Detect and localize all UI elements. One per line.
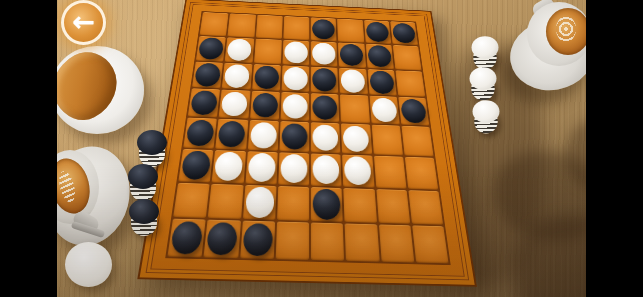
- black-disc-d5: [281, 123, 307, 150]
- cell-a6[interactable]: [178, 149, 213, 182]
- black-disc-e7: [313, 189, 341, 220]
- cell-e4[interactable]: [311, 93, 340, 122]
- cell-d7[interactable]: [277, 186, 309, 221]
- table-scene: ←: [57, 0, 586, 297]
- cell-b5[interactable]: [215, 119, 247, 150]
- cell-c8[interactable]: [240, 221, 275, 259]
- white-disc-top: [473, 100, 500, 123]
- black-disc-e4: [312, 95, 337, 120]
- leaf-shadow: [565, 120, 586, 190]
- white-disc-b4: [221, 91, 248, 116]
- white-disc-b3: [224, 64, 250, 88]
- black-disc-stack: [129, 199, 159, 243]
- cell-h2[interactable]: [393, 45, 422, 70]
- black-disc-top: [129, 199, 159, 224]
- app-screen: ←: [0, 0, 643, 297]
- white-disc-c6: [247, 153, 275, 182]
- white-disc-b2: [227, 39, 252, 61]
- latte-art-right: [546, 8, 586, 55]
- cell-f3[interactable]: [339, 68, 367, 95]
- cell-c6[interactable]: [245, 151, 277, 184]
- cell-g2[interactable]: [365, 44, 393, 69]
- white-disc-g4: [371, 97, 398, 122]
- cell-d8[interactable]: [275, 222, 309, 260]
- white-disc-c5: [249, 122, 276, 149]
- cell-c2[interactable]: [254, 39, 282, 64]
- cell-g1[interactable]: [364, 20, 391, 44]
- board-frame: [137, 0, 477, 287]
- cell-g8[interactable]: [379, 225, 415, 263]
- white-disc-e5: [313, 124, 339, 151]
- cell-c4[interactable]: [250, 91, 280, 120]
- leaf-shadow: [502, 204, 586, 297]
- cell-g3[interactable]: [367, 69, 396, 96]
- cell-e8[interactable]: [311, 223, 344, 261]
- back-arrow-icon: ←: [72, 8, 95, 35]
- cell-g5[interactable]: [371, 125, 402, 156]
- cell-a8[interactable]: [167, 219, 205, 257]
- cell-f7[interactable]: [344, 188, 377, 223]
- white-disc-b6: [214, 152, 244, 181]
- cell-g7[interactable]: [376, 189, 410, 224]
- cell-f6[interactable]: [342, 154, 374, 187]
- cell-d3[interactable]: [281, 65, 309, 92]
- cell-f8[interactable]: [345, 224, 379, 262]
- croissant-plate: [57, 46, 144, 134]
- cell-g4[interactable]: [369, 96, 399, 125]
- leaf-shadow: [482, 135, 586, 255]
- cell-f5[interactable]: [341, 123, 372, 154]
- cell-h4[interactable]: [398, 97, 429, 126]
- cell-b4[interactable]: [219, 90, 250, 119]
- black-disc-g2: [367, 45, 392, 67]
- letterbox-left: [0, 0, 57, 297]
- cell-d5[interactable]: [279, 121, 309, 152]
- black-disc-h1: [392, 23, 417, 44]
- latte-rosetta: [57, 170, 78, 204]
- board-frame-ring: [146, 2, 470, 280]
- back-button[interactable]: ←: [61, 0, 106, 45]
- cell-h7[interactable]: [408, 190, 443, 225]
- cell-h5[interactable]: [401, 126, 433, 157]
- black-disc-a8: [170, 221, 204, 255]
- white-disc-d4: [282, 94, 307, 119]
- white-disc-top: [470, 67, 497, 90]
- black-disc-a5: [185, 119, 215, 146]
- cell-c5[interactable]: [247, 120, 278, 151]
- cell-e7[interactable]: [311, 187, 343, 222]
- black-disc-c3: [254, 65, 279, 89]
- black-disc-e1: [312, 19, 335, 40]
- cell-e5[interactable]: [311, 122, 341, 153]
- black-disc-h4: [400, 99, 427, 124]
- cell-h1[interactable]: [390, 21, 418, 45]
- white-disc-top: [472, 36, 499, 59]
- white-disc-d2: [284, 41, 308, 63]
- white-disc-c7: [245, 187, 275, 218]
- croissant: [57, 42, 129, 129]
- cell-e3[interactable]: [311, 66, 339, 93]
- letterbox-right: [586, 0, 643, 297]
- black-disc-e3: [312, 68, 336, 92]
- cell-c3[interactable]: [252, 64, 281, 91]
- cell-a5[interactable]: [183, 118, 217, 149]
- white-disc-f3: [341, 69, 366, 93]
- white-disc-f6: [344, 156, 372, 185]
- cell-h3[interactable]: [395, 70, 425, 97]
- cell-g6[interactable]: [374, 156, 407, 189]
- black-disc-a6: [181, 151, 212, 180]
- white-disc-stack: [473, 100, 500, 140]
- cell-b3[interactable]: [222, 63, 252, 90]
- cell-c7[interactable]: [243, 185, 277, 221]
- black-disc-f2: [340, 44, 364, 66]
- cell-d4[interactable]: [280, 92, 309, 121]
- cell-c1[interactable]: [256, 15, 283, 39]
- cell-f1[interactable]: [337, 19, 364, 43]
- cell-d6[interactable]: [278, 152, 309, 185]
- cell-f2[interactable]: [338, 42, 365, 67]
- black-disc-c8: [242, 223, 273, 257]
- board-grid: [165, 11, 450, 265]
- cell-e2[interactable]: [311, 41, 338, 66]
- cell-e1[interactable]: [311, 17, 337, 41]
- cell-h6[interactable]: [405, 157, 439, 190]
- cell-h8[interactable]: [412, 226, 449, 264]
- white-disc-d3: [283, 67, 307, 91]
- cell-d1[interactable]: [283, 16, 309, 40]
- black-disc-top: [128, 164, 158, 189]
- cell-d2[interactable]: [282, 40, 309, 65]
- othello-board: [137, 0, 477, 287]
- cell-a3[interactable]: [192, 61, 223, 88]
- cell-a1[interactable]: [200, 12, 229, 36]
- cell-b1[interactable]: [228, 13, 256, 37]
- black-disc-g1: [365, 21, 389, 42]
- white-disc-e6: [313, 155, 340, 184]
- cell-b8[interactable]: [204, 220, 241, 258]
- black-disc-a4: [190, 90, 218, 115]
- cell-b2[interactable]: [225, 37, 254, 62]
- white-turn-indicator-disc: [65, 242, 112, 287]
- latte-swirl: [556, 16, 576, 42]
- cell-b6[interactable]: [212, 150, 246, 183]
- black-disc-g3: [369, 70, 395, 94]
- black-disc-top: [137, 130, 167, 155]
- cell-a2[interactable]: [196, 36, 226, 61]
- cell-f4[interactable]: [340, 95, 369, 124]
- white-disc-e2: [312, 43, 336, 65]
- cell-e6[interactable]: [311, 153, 342, 186]
- black-disc-c4: [252, 93, 278, 118]
- cell-a4[interactable]: [188, 88, 220, 117]
- black-disc-b8: [206, 222, 238, 256]
- board-frame-ring: [150, 4, 465, 276]
- cell-b7[interactable]: [208, 184, 243, 220]
- white-disc-d6: [280, 154, 307, 183]
- black-disc-a3: [194, 63, 221, 87]
- white-disc-f5: [343, 125, 370, 152]
- black-disc-b5: [218, 121, 247, 148]
- cell-a7[interactable]: [173, 182, 210, 218]
- black-disc-a2: [198, 37, 224, 59]
